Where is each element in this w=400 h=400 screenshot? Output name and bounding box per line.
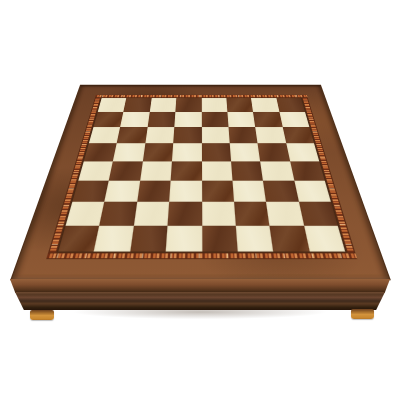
square-d6[interactable]	[173, 127, 201, 143]
left-foot	[30, 310, 54, 320]
square-a8[interactable]	[97, 98, 126, 112]
square-b2[interactable]	[99, 202, 136, 226]
square-c1[interactable]	[129, 225, 167, 251]
square-d7[interactable]	[174, 112, 201, 127]
square-b3[interactable]	[104, 181, 139, 202]
right-foot	[351, 309, 374, 319]
square-a4[interactable]	[78, 161, 113, 180]
square-g1[interactable]	[269, 225, 309, 251]
square-h1[interactable]	[303, 225, 345, 251]
square-g8[interactable]	[251, 98, 279, 112]
square-f5[interactable]	[229, 143, 260, 161]
square-a6[interactable]	[88, 127, 120, 143]
square-c2[interactable]	[133, 202, 169, 226]
square-e1[interactable]	[201, 225, 237, 251]
square-e3[interactable]	[201, 181, 233, 202]
square-c3[interactable]	[136, 181, 170, 202]
box-front-face	[15, 292, 385, 310]
square-b8[interactable]	[123, 98, 151, 112]
square-g7[interactable]	[253, 112, 282, 127]
square-d5[interactable]	[172, 143, 201, 161]
square-b1[interactable]	[94, 225, 134, 251]
square-d2[interactable]	[167, 202, 201, 226]
square-h8[interactable]	[276, 98, 305, 112]
square-c8[interactable]	[149, 98, 176, 112]
square-b4[interactable]	[109, 161, 143, 180]
square-f2[interactable]	[233, 202, 269, 226]
mosaic-inlay-border-bottom	[46, 252, 357, 259]
square-c6[interactable]	[145, 127, 174, 143]
square-g4[interactable]	[260, 161, 294, 180]
square-h5[interactable]	[285, 143, 318, 161]
square-h6[interactable]	[282, 127, 314, 143]
board-lid	[10, 85, 391, 281]
square-h2[interactable]	[298, 202, 337, 226]
square-d1[interactable]	[165, 225, 201, 251]
square-c7[interactable]	[147, 112, 175, 127]
square-e2[interactable]	[201, 202, 235, 226]
square-f3[interactable]	[232, 181, 266, 202]
square-e4[interactable]	[201, 161, 232, 180]
square-a1[interactable]	[58, 225, 99, 251]
square-e6[interactable]	[201, 127, 229, 143]
lid-front-edge	[10, 279, 390, 293]
square-g6[interactable]	[255, 127, 286, 143]
square-b5[interactable]	[113, 143, 145, 161]
square-e7[interactable]	[201, 112, 228, 127]
square-a7[interactable]	[93, 112, 123, 127]
square-d3[interactable]	[169, 181, 201, 202]
square-c5[interactable]	[142, 143, 173, 161]
square-f8[interactable]	[226, 98, 253, 112]
board-field	[56, 98, 346, 253]
board-frame	[10, 85, 391, 281]
square-e8[interactable]	[201, 98, 227, 112]
product-photo	[0, 0, 400, 400]
square-g3[interactable]	[263, 181, 298, 202]
square-h4[interactable]	[289, 161, 324, 180]
square-g2[interactable]	[266, 202, 303, 226]
square-f6[interactable]	[228, 127, 257, 143]
square-a2[interactable]	[65, 202, 104, 226]
square-g5[interactable]	[257, 143, 289, 161]
square-b7[interactable]	[120, 112, 149, 127]
square-b6[interactable]	[116, 127, 146, 143]
square-a3[interactable]	[72, 181, 109, 202]
square-f4[interactable]	[230, 161, 262, 180]
square-d8[interactable]	[175, 98, 201, 112]
square-f7[interactable]	[227, 112, 255, 127]
square-h3[interactable]	[293, 181, 330, 202]
square-c4[interactable]	[139, 161, 171, 180]
square-a5[interactable]	[83, 143, 116, 161]
square-e5[interactable]	[201, 143, 230, 161]
square-h7[interactable]	[279, 112, 309, 127]
square-d4[interactable]	[170, 161, 201, 180]
square-f1[interactable]	[235, 225, 273, 251]
